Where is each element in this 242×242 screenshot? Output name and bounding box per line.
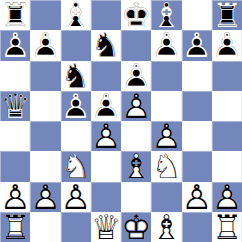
square-b8[interactable] [30,0,60,30]
square-c4[interactable] [61,121,91,151]
square-c6[interactable]: ♞♘ [61,61,91,91]
piece-fill: ♝ [61,0,91,30]
square-c8[interactable]: ♝♗ [61,0,91,30]
piece-outline: ♙ [61,91,91,121]
piece-outline: ♙ [121,61,151,91]
black-pawn-icon[interactable]: ♟♙ [0,30,30,60]
square-b3[interactable] [30,151,60,181]
square-h6[interactable] [212,61,242,91]
piece-fill: ♝ [151,212,181,242]
square-h2[interactable]: ♟♙ [212,182,242,212]
piece-fill: ♞ [61,61,91,91]
piece-fill: ♛ [0,91,30,121]
piece-fill: ♟ [61,91,91,121]
white-bishop-icon[interactable]: ♝♗ [151,212,181,242]
square-g1[interactable] [182,212,212,242]
square-h3[interactable] [212,151,242,181]
piece-outline: ♗ [61,0,91,30]
piece-outline: ♙ [0,182,30,212]
black-pawn-icon[interactable]: ♟♙ [212,30,242,60]
piece-fill: ♟ [30,182,60,212]
piece-outline: ♙ [121,91,151,121]
square-h7[interactable]: ♟♙ [212,30,242,60]
square-b6[interactable] [30,61,60,91]
square-f2[interactable] [151,182,181,212]
piece-fill: ♟ [91,91,121,121]
square-d8[interactable] [91,0,121,30]
square-f7[interactable]: ♟♙ [151,30,181,60]
piece-outline: ♖ [212,0,242,30]
square-h5[interactable] [212,91,242,121]
piece-outline: ♗ [151,0,181,30]
square-c3[interactable]: ♞♘ [61,151,91,181]
piece-fill: ♟ [91,121,121,151]
piece-fill: ♞ [91,30,121,60]
piece-outline: ♖ [0,212,30,242]
piece-fill: ♝ [121,151,151,181]
white-pawn-icon[interactable]: ♟♙ [61,182,91,212]
piece-fill: ♟ [212,182,242,212]
black-rook-icon[interactable]: ♜♖ [212,0,242,30]
piece-fill: ♜ [212,212,242,242]
square-c1[interactable] [61,212,91,242]
square-c7[interactable] [61,30,91,60]
square-h8[interactable]: ♜♖ [212,0,242,30]
square-a6[interactable] [0,61,30,91]
piece-fill: ♚ [121,0,151,30]
square-g2[interactable]: ♟♙ [182,182,212,212]
square-g5[interactable] [182,91,212,121]
black-pawn-icon[interactable]: ♟♙ [182,30,212,60]
piece-fill: ♟ [121,61,151,91]
white-knight-icon[interactable]: ♞♘ [151,151,181,181]
piece-fill: ♚ [121,212,151,242]
square-g8[interactable] [182,0,212,30]
white-pawn-icon[interactable]: ♟♙ [30,182,60,212]
square-g3[interactable] [182,151,212,181]
piece-fill: ♟ [212,30,242,60]
black-knight-icon[interactable]: ♞♘ [61,61,91,91]
square-h1[interactable]: ♜♖ [212,212,242,242]
square-a4[interactable] [0,121,30,151]
piece-outline: ♙ [91,91,121,121]
piece-outline: ♔ [121,0,151,30]
square-d3[interactable] [91,151,121,181]
square-g6[interactable] [182,61,212,91]
square-f5[interactable] [151,91,181,121]
white-knight-icon[interactable]: ♞♘ [61,151,91,181]
piece-fill: ♟ [182,182,212,212]
square-d7[interactable]: ♞♘ [91,30,121,60]
piece-outline: ♔ [121,212,151,242]
piece-outline: ♙ [212,30,242,60]
piece-fill: ♟ [0,30,30,60]
square-d1[interactable]: ♛♕ [91,212,121,242]
piece-fill: ♞ [151,151,181,181]
square-e1[interactable]: ♚♔ [121,212,151,242]
square-h4[interactable] [212,121,242,151]
black-rook-icon[interactable]: ♜♖ [0,0,30,30]
piece-outline: ♙ [182,30,212,60]
square-c2[interactable]: ♟♙ [61,182,91,212]
piece-fill: ♜ [0,0,30,30]
square-b7[interactable]: ♟♙ [30,30,60,60]
square-e6[interactable]: ♟♙ [121,61,151,91]
white-pawn-icon[interactable]: ♟♙ [121,91,151,121]
square-a8[interactable]: ♜♖ [0,0,30,30]
white-rook-icon[interactable]: ♜♖ [0,212,30,242]
black-pawn-icon[interactable]: ♟♙ [91,91,121,121]
square-e7[interactable] [121,30,151,60]
piece-fill: ♜ [212,0,242,30]
piece-fill: ♟ [182,30,212,60]
white-king-icon[interactable]: ♚♔ [121,212,151,242]
black-pawn-icon[interactable]: ♟♙ [61,91,91,121]
square-f8[interactable]: ♝♗ [151,0,181,30]
square-b2[interactable]: ♟♙ [30,182,60,212]
white-rook-icon[interactable]: ♜♖ [212,212,242,242]
white-pawn-icon[interactable]: ♟♙ [212,182,242,212]
square-b1[interactable] [30,212,60,242]
white-bishop-icon[interactable]: ♝♗ [121,151,151,181]
piece-outline: ♙ [0,30,30,60]
piece-outline: ♙ [61,182,91,212]
black-bishop-icon[interactable]: ♝♗ [61,0,91,30]
square-e2[interactable] [121,182,151,212]
piece-outline: ♗ [151,212,181,242]
piece-fill: ♟ [121,91,151,121]
piece-fill: ♝ [151,0,181,30]
square-d6[interactable] [91,61,121,91]
square-d2[interactable] [91,182,121,212]
square-a7[interactable]: ♟♙ [0,30,30,60]
piece-outline: ♙ [212,182,242,212]
white-queen-icon[interactable]: ♛♕ [91,212,121,242]
piece-fill: ♜ [0,212,30,242]
piece-outline: ♕ [91,212,121,242]
square-e8[interactable]: ♚♔ [121,0,151,30]
black-pawn-icon[interactable]: ♟♙ [121,61,151,91]
square-e5[interactable]: ♟♙ [121,91,151,121]
square-f3[interactable]: ♞♘ [151,151,181,181]
square-c5[interactable]: ♟♙ [61,91,91,121]
square-a1[interactable]: ♜♖ [0,212,30,242]
piece-outline: ♘ [151,151,181,181]
black-pawn-icon[interactable]: ♟♙ [30,30,60,60]
black-bishop-icon[interactable]: ♝♗ [151,0,181,30]
black-knight-icon[interactable]: ♞♘ [91,30,121,60]
piece-outline: ♘ [61,151,91,181]
piece-outline: ♖ [0,0,30,30]
square-g7[interactable]: ♟♙ [182,30,212,60]
square-f4[interactable]: ♟♙ [151,121,181,151]
piece-fill: ♟ [30,30,60,60]
piece-outline: ♕ [0,91,30,121]
black-pawn-icon[interactable]: ♟♙ [151,30,181,60]
black-king-icon[interactable]: ♚♔ [121,0,151,30]
square-a3[interactable] [0,151,30,181]
piece-outline: ♘ [91,30,121,60]
white-pawn-icon[interactable]: ♟♙ [151,121,181,151]
piece-outline: ♙ [30,30,60,60]
piece-fill: ♟ [0,182,30,212]
square-e4[interactable] [121,121,151,151]
piece-outline: ♙ [182,182,212,212]
white-pawn-icon[interactable]: ♟♙ [91,121,121,151]
square-f6[interactable] [151,61,181,91]
square-f1[interactable]: ♝♗ [151,212,181,242]
square-g4[interactable] [182,121,212,151]
piece-fill: ♟ [151,121,181,151]
chess-board: ♜♖♝♗♚♔♝♗♜♖♟♙♟♙♞♘♟♙♟♙♟♙♞♘♟♙♛♕♟♙♟♙♟♙♟♙♟♙♞♘… [0,0,242,242]
square-b4[interactable] [30,121,60,151]
piece-outline: ♙ [151,30,181,60]
black-queen-icon[interactable]: ♛♕ [0,91,30,121]
square-a5[interactable]: ♛♕ [0,91,30,121]
square-b5[interactable] [30,91,60,121]
white-pawn-icon[interactable]: ♟♙ [0,182,30,212]
piece-outline: ♘ [61,61,91,91]
piece-outline: ♙ [151,121,181,151]
piece-outline: ♙ [30,182,60,212]
piece-outline: ♙ [91,121,121,151]
piece-outline: ♗ [121,151,151,181]
square-d4[interactable]: ♟♙ [91,121,121,151]
square-d5[interactable]: ♟♙ [91,91,121,121]
piece-fill: ♞ [61,151,91,181]
square-a2[interactable]: ♟♙ [0,182,30,212]
square-e3[interactable]: ♝♗ [121,151,151,181]
piece-fill: ♟ [151,30,181,60]
piece-outline: ♖ [212,212,242,242]
piece-fill: ♛ [91,212,121,242]
white-pawn-icon[interactable]: ♟♙ [182,182,212,212]
piece-fill: ♟ [61,182,91,212]
